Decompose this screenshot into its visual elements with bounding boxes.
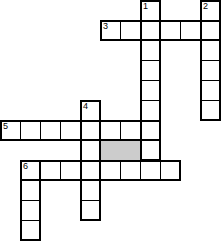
cell-r6c6 xyxy=(120,120,141,141)
cell-r10c4 xyxy=(80,200,101,221)
cell-r1c9 xyxy=(180,20,201,41)
cell-r5c10 xyxy=(200,100,221,121)
cell-r6c4 xyxy=(80,120,101,141)
clue-number-3: 3 xyxy=(103,22,108,30)
cell-r4c10 xyxy=(200,80,221,101)
cell-r7c7 xyxy=(140,140,161,161)
cell-r8c8 xyxy=(160,160,181,181)
cell-r6c5 xyxy=(100,120,121,141)
cell-r6c1 xyxy=(20,120,41,141)
cell-r5c7 xyxy=(140,100,161,121)
cell-r6c7 xyxy=(140,120,161,141)
cell-r6c3 xyxy=(60,120,81,141)
cell-r8c2 xyxy=(40,160,61,181)
cell-r2c7 xyxy=(140,40,161,61)
crossword-board: 123456 xyxy=(0,0,221,241)
cell-r10c1 xyxy=(20,200,41,221)
cell-r11c1 xyxy=(20,220,41,241)
cell-r4c7 xyxy=(140,80,161,101)
cell-r8c5 xyxy=(100,160,121,181)
cell-r6c2 xyxy=(40,120,61,141)
shaded-block xyxy=(101,141,140,160)
cell-r3c7 xyxy=(140,60,161,81)
cell-r8c3 xyxy=(60,160,81,181)
cell-r2c10 xyxy=(200,40,221,61)
clue-number-2: 2 xyxy=(203,2,208,10)
cell-r1c10 xyxy=(200,20,221,41)
cell-r8c7 xyxy=(140,160,161,181)
cell-r1c8 xyxy=(160,20,181,41)
cell-r7c4 xyxy=(80,140,101,161)
cell-r3c10 xyxy=(200,60,221,81)
clue-number-1: 1 xyxy=(143,2,148,10)
clue-number-5: 5 xyxy=(3,122,8,130)
clue-number-4: 4 xyxy=(83,102,88,110)
cell-r9c4 xyxy=(80,180,101,201)
cell-r8c6 xyxy=(120,160,141,181)
clue-number-6: 6 xyxy=(23,162,28,170)
cell-r9c1 xyxy=(20,180,41,201)
cell-r1c6 xyxy=(120,20,141,41)
cell-r8c4 xyxy=(80,160,101,181)
cell-r1c7 xyxy=(140,20,161,41)
